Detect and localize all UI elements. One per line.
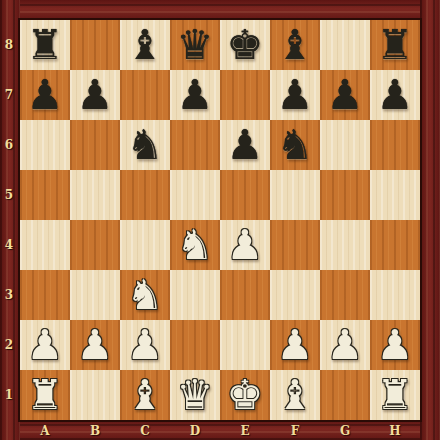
white-queen-icon[interactable]: ♛ <box>170 370 220 420</box>
black-pawn-icon[interactable]: ♟ <box>170 70 220 120</box>
black-pawn-icon[interactable]: ♟ <box>370 70 420 120</box>
square-h8[interactable]: ♜ <box>370 20 420 70</box>
square-c2[interactable]: ♟ <box>120 320 170 370</box>
square-f1[interactable]: ♝ <box>270 370 320 420</box>
square-g4[interactable] <box>320 220 370 270</box>
square-b6[interactable] <box>70 120 120 170</box>
square-f3[interactable] <box>270 270 320 320</box>
white-rook-icon[interactable]: ♜ <box>20 370 70 420</box>
square-d1[interactable]: ♛ <box>170 370 220 420</box>
square-d2[interactable] <box>170 320 220 370</box>
square-a2[interactable]: ♟ <box>20 320 70 370</box>
white-rook-icon[interactable]: ♜ <box>370 370 420 420</box>
square-d6[interactable] <box>170 120 220 170</box>
square-f4[interactable] <box>270 220 320 270</box>
board-frame-top <box>0 0 440 20</box>
square-e7[interactable] <box>220 70 270 120</box>
rank-label-7: 7 <box>0 70 18 120</box>
square-c1[interactable]: ♝ <box>120 370 170 420</box>
black-pawn-icon[interactable]: ♟ <box>320 70 370 120</box>
square-h5[interactable] <box>370 170 420 220</box>
square-a1[interactable]: ♜ <box>20 370 70 420</box>
square-d3[interactable] <box>170 270 220 320</box>
black-rook-icon[interactable]: ♜ <box>370 20 420 70</box>
square-h6[interactable] <box>370 120 420 170</box>
square-b4[interactable] <box>70 220 120 270</box>
rank-labels: 8 7 6 5 4 3 2 1 <box>0 20 18 420</box>
black-pawn-icon[interactable]: ♟ <box>220 120 270 170</box>
square-g8[interactable] <box>320 20 370 70</box>
file-label-d: D <box>170 421 220 440</box>
white-pawn-icon[interactable]: ♟ <box>120 320 170 370</box>
file-label-a: A <box>20 421 70 440</box>
square-b8[interactable] <box>70 20 120 70</box>
black-bishop-icon[interactable]: ♝ <box>270 20 320 70</box>
square-e8[interactable]: ♚ <box>220 20 270 70</box>
black-bishop-icon[interactable]: ♝ <box>120 20 170 70</box>
square-h2[interactable]: ♟ <box>370 320 420 370</box>
square-a3[interactable] <box>20 270 70 320</box>
square-e2[interactable] <box>220 320 270 370</box>
white-pawn-icon[interactable]: ♟ <box>320 320 370 370</box>
black-queen-icon[interactable]: ♛ <box>170 20 220 70</box>
chess-app-window: ♜♝♛♚♝♜♟♟♟♟♟♟♞♟♞♞♟♞♟♟♟♟♟♟♜♝♛♚♝♜ 8 7 6 5 4… <box>0 0 440 440</box>
square-b2[interactable]: ♟ <box>70 320 120 370</box>
square-b7[interactable]: ♟ <box>70 70 120 120</box>
file-label-g: G <box>320 421 370 440</box>
square-a8[interactable]: ♜ <box>20 20 70 70</box>
square-a4[interactable] <box>20 220 70 270</box>
white-pawn-icon[interactable]: ♟ <box>70 320 120 370</box>
square-g7[interactable]: ♟ <box>320 70 370 120</box>
square-f5[interactable] <box>270 170 320 220</box>
chessboard[interactable]: ♜♝♛♚♝♜♟♟♟♟♟♟♞♟♞♞♟♞♟♟♟♟♟♟♜♝♛♚♝♜ <box>18 18 422 422</box>
square-c5[interactable] <box>120 170 170 220</box>
file-label-h: H <box>370 421 420 440</box>
square-f8[interactable]: ♝ <box>270 20 320 70</box>
rank-label-5: 5 <box>0 170 18 220</box>
square-c6[interactable]: ♞ <box>120 120 170 170</box>
rank-label-8: 8 <box>0 20 18 70</box>
white-pawn-icon[interactable]: ♟ <box>20 320 70 370</box>
rank-label-1: 1 <box>0 370 18 420</box>
black-pawn-icon[interactable]: ♟ <box>70 70 120 120</box>
square-c3[interactable]: ♞ <box>120 270 170 320</box>
black-king-icon[interactable]: ♚ <box>220 20 270 70</box>
square-d7[interactable]: ♟ <box>170 70 220 120</box>
white-pawn-icon[interactable]: ♟ <box>270 320 320 370</box>
black-knight-icon[interactable]: ♞ <box>120 120 170 170</box>
square-d4[interactable]: ♞ <box>170 220 220 270</box>
square-h3[interactable] <box>370 270 420 320</box>
square-h7[interactable]: ♟ <box>370 70 420 120</box>
square-f6[interactable]: ♞ <box>270 120 320 170</box>
square-e5[interactable] <box>220 170 270 220</box>
square-g1[interactable] <box>320 370 370 420</box>
square-h4[interactable] <box>370 220 420 270</box>
square-a6[interactable] <box>20 120 70 170</box>
square-c8[interactable]: ♝ <box>120 20 170 70</box>
file-labels: A B C D E F G H <box>20 421 420 440</box>
square-f7[interactable]: ♟ <box>270 70 320 120</box>
rank-label-4: 4 <box>0 220 18 270</box>
white-knight-icon[interactable]: ♞ <box>170 220 220 270</box>
square-g3[interactable] <box>320 270 370 320</box>
square-a7[interactable]: ♟ <box>20 70 70 120</box>
square-e3[interactable] <box>220 270 270 320</box>
white-bishop-icon[interactable]: ♝ <box>120 370 170 420</box>
file-label-f: F <box>270 421 320 440</box>
square-f2[interactable]: ♟ <box>270 320 320 370</box>
rank-label-3: 3 <box>0 270 18 320</box>
white-knight-icon[interactable]: ♞ <box>120 270 170 320</box>
black-rook-icon[interactable]: ♜ <box>20 20 70 70</box>
square-g6[interactable] <box>320 120 370 170</box>
square-e6[interactable]: ♟ <box>220 120 270 170</box>
square-e4[interactable]: ♟ <box>220 220 270 270</box>
white-king-icon[interactable]: ♚ <box>220 370 270 420</box>
black-pawn-icon[interactable]: ♟ <box>270 70 320 120</box>
square-d8[interactable]: ♛ <box>170 20 220 70</box>
square-b1[interactable] <box>70 370 120 420</box>
black-knight-icon[interactable]: ♞ <box>270 120 320 170</box>
square-c7[interactable] <box>120 70 170 120</box>
square-e1[interactable]: ♚ <box>220 370 270 420</box>
black-pawn-icon[interactable]: ♟ <box>20 70 70 120</box>
file-label-b: B <box>70 421 120 440</box>
file-label-e: E <box>220 421 270 440</box>
square-h1[interactable]: ♜ <box>370 370 420 420</box>
square-a5[interactable] <box>20 170 70 220</box>
white-pawn-icon[interactable]: ♟ <box>220 220 270 270</box>
square-g5[interactable] <box>320 170 370 220</box>
board-frame-right <box>420 0 440 440</box>
rank-label-6: 6 <box>0 120 18 170</box>
file-label-c: C <box>120 421 170 440</box>
square-b5[interactable] <box>70 170 120 220</box>
square-b3[interactable] <box>70 270 120 320</box>
rank-label-2: 2 <box>0 320 18 370</box>
square-c4[interactable] <box>120 220 170 270</box>
square-d5[interactable] <box>170 170 220 220</box>
white-bishop-icon[interactable]: ♝ <box>270 370 320 420</box>
white-pawn-icon[interactable]: ♟ <box>370 320 420 370</box>
square-g2[interactable]: ♟ <box>320 320 370 370</box>
